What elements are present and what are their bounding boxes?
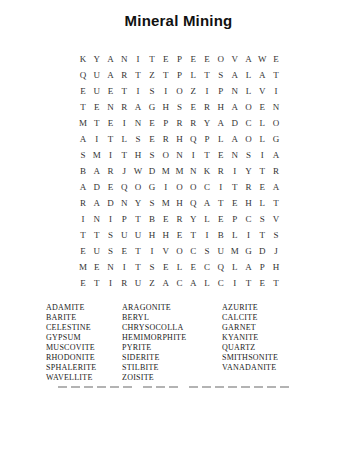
grid-cell: K bbox=[200, 163, 214, 179]
grid-cell: D bbox=[90, 179, 104, 195]
word-list-item: AZURITE bbox=[222, 303, 278, 313]
grid-cell: L bbox=[255, 195, 269, 211]
answer-blanks bbox=[58, 386, 289, 388]
grid-cell: V bbox=[159, 243, 173, 259]
grid-cell: I bbox=[159, 179, 173, 195]
blank-word-group bbox=[58, 386, 132, 388]
grid-cell: E bbox=[255, 179, 269, 195]
grid-cell: H bbox=[214, 99, 228, 115]
grid-cell: A bbox=[214, 115, 228, 131]
word-list-column-2: ARAGONITEBERYLCHRYSOCOLLAHEMIMORPHITEPYR… bbox=[122, 303, 186, 383]
grid-cell: N bbox=[117, 51, 131, 67]
grid-cell: R bbox=[104, 163, 118, 179]
grid-cell: I bbox=[104, 147, 118, 163]
grid-cell: A bbox=[269, 147, 283, 163]
letter-blank bbox=[215, 386, 224, 388]
grid-cell: R bbox=[117, 67, 131, 83]
word-list-item: QUARTZ bbox=[222, 343, 278, 353]
grid-cell: L bbox=[214, 131, 228, 147]
grid-cell: E bbox=[173, 227, 187, 243]
grid-cell: E bbox=[255, 275, 269, 291]
grid-cell: A bbox=[104, 67, 118, 83]
grid-cell: E bbox=[117, 243, 131, 259]
grid-cell: E bbox=[145, 115, 159, 131]
letter-blank bbox=[71, 386, 80, 388]
word-list-item: STILBITE bbox=[122, 363, 186, 373]
grid-cell: C bbox=[242, 115, 256, 131]
grid-cell: L bbox=[228, 227, 242, 243]
grid-cell: P bbox=[173, 67, 187, 83]
grid-cell: I bbox=[117, 115, 131, 131]
grid-cell: N bbox=[90, 211, 104, 227]
word-list-item: GARNET bbox=[222, 323, 278, 333]
grid-cell: C bbox=[242, 211, 256, 227]
grid-cell: E bbox=[200, 51, 214, 67]
grid-cell: E bbox=[159, 259, 173, 275]
word-list-column-1: ADAMITEBARITECELESTINEGYPSUMMUSCOVITERHO… bbox=[46, 303, 97, 383]
grid-cell: O bbox=[173, 179, 187, 195]
letter-blank bbox=[143, 386, 152, 388]
grid-cell: U bbox=[214, 243, 228, 259]
grid-cell: H bbox=[159, 99, 173, 115]
grid-cell: R bbox=[159, 131, 173, 147]
grid-cell: O bbox=[269, 115, 283, 131]
grid-cell: E bbox=[145, 131, 159, 147]
grid-cell: T bbox=[131, 211, 145, 227]
grid-cell: O bbox=[173, 83, 187, 99]
blank-word-group bbox=[189, 386, 289, 388]
grid-cell: A bbox=[104, 51, 118, 67]
grid-cell: N bbox=[131, 115, 145, 131]
grid-cell: I bbox=[145, 243, 159, 259]
letter-blank bbox=[97, 386, 106, 388]
grid-cell: W bbox=[131, 163, 145, 179]
grid-cell: U bbox=[90, 83, 104, 99]
grid-cell: R bbox=[269, 163, 283, 179]
grid-cell: Q bbox=[76, 67, 90, 83]
grid-cell: A bbox=[269, 179, 283, 195]
grid-cell: T bbox=[90, 275, 104, 291]
grid-cell: R bbox=[76, 195, 90, 211]
grid-cell: U bbox=[131, 275, 145, 291]
grid-cell: E bbox=[214, 211, 228, 227]
grid-cell: T bbox=[200, 67, 214, 83]
grid-cell: U bbox=[131, 227, 145, 243]
grid-cell: E bbox=[104, 179, 118, 195]
word-list-column-3: AZURITECALCITEGARNETKYANITEQUARTZSMITHSO… bbox=[222, 303, 278, 373]
grid-cell: I bbox=[269, 83, 283, 99]
grid-cell: S bbox=[145, 83, 159, 99]
grid-cell: N bbox=[228, 147, 242, 163]
word-list-item: BERYL bbox=[122, 313, 186, 323]
grid-cell: N bbox=[173, 147, 187, 163]
grid-cell: L bbox=[242, 67, 256, 83]
grid-cell: R bbox=[242, 179, 256, 195]
grid-cell: E bbox=[76, 275, 90, 291]
grid-cell: M bbox=[76, 259, 90, 275]
grid-cell: I bbox=[104, 211, 118, 227]
grid-cell: N bbox=[117, 195, 131, 211]
grid-cell: M bbox=[159, 163, 173, 179]
grid-cell: E bbox=[104, 83, 118, 99]
grid-cell: D bbox=[228, 115, 242, 131]
letter-blank bbox=[254, 386, 263, 388]
grid-cell: E bbox=[186, 51, 200, 67]
grid-cell: A bbox=[242, 259, 256, 275]
grid-cell: T bbox=[104, 131, 118, 147]
grid-cell: M bbox=[228, 243, 242, 259]
grid-cell: A bbox=[228, 131, 242, 147]
grid-cell: Y bbox=[186, 211, 200, 227]
grid-cell: T bbox=[255, 227, 269, 243]
grid-cell: E bbox=[255, 99, 269, 115]
grid-cell: E bbox=[76, 83, 90, 99]
grid-cell: A bbox=[200, 195, 214, 211]
grid-cell: R bbox=[117, 99, 131, 115]
grid-cell: Z bbox=[186, 83, 200, 99]
grid-cell: E bbox=[228, 195, 242, 211]
grid-cell: Y bbox=[90, 51, 104, 67]
word-list-item: SMITHSONITE bbox=[222, 353, 278, 363]
grid-cell: A bbox=[228, 67, 242, 83]
grid-cell: U bbox=[90, 243, 104, 259]
grid-cell: Z bbox=[145, 67, 159, 83]
grid-cell: T bbox=[214, 195, 228, 211]
grid-cell: R bbox=[173, 115, 187, 131]
grid-cell: Q bbox=[186, 195, 200, 211]
grid-cell: T bbox=[76, 99, 90, 115]
grid-cell: P bbox=[200, 131, 214, 147]
grid-cell: H bbox=[269, 259, 283, 275]
word-list-item: RHODONITE bbox=[46, 353, 97, 363]
grid-cell: L bbox=[242, 83, 256, 99]
worksheet-page: Mineral Mining KYANITEPEEOVAWEQUARTZTPLT… bbox=[0, 0, 357, 462]
grid-cell: Y bbox=[200, 115, 214, 131]
word-list-item: WAVELLITE bbox=[46, 373, 97, 383]
grid-cell: M bbox=[159, 195, 173, 211]
grid-cell: H bbox=[131, 147, 145, 163]
grid-cell: S bbox=[104, 243, 118, 259]
grid-cell: E bbox=[159, 211, 173, 227]
word-list-item: SIDERITE bbox=[122, 353, 186, 363]
grid-cell: C bbox=[173, 275, 187, 291]
grid-cell: A bbox=[159, 275, 173, 291]
letter-blank bbox=[189, 386, 198, 388]
grid-cell: S bbox=[214, 67, 228, 83]
blank-word-group bbox=[143, 386, 178, 388]
grid-cell: B bbox=[145, 211, 159, 227]
grid-cell: I bbox=[228, 275, 242, 291]
grid-cell: C bbox=[200, 259, 214, 275]
grid-cell: N bbox=[186, 163, 200, 179]
grid-cell: N bbox=[104, 259, 118, 275]
grid-cell: J bbox=[117, 163, 131, 179]
word-list-item: BARITE bbox=[46, 313, 97, 323]
grid-cell: S bbox=[269, 227, 283, 243]
grid-cell: E bbox=[186, 259, 200, 275]
grid-cell: S bbox=[131, 131, 145, 147]
word-list-item: SPHALERITE bbox=[46, 363, 97, 373]
grid-cell: A bbox=[76, 179, 90, 195]
grid-cell: T bbox=[76, 227, 90, 243]
grid-cell: E bbox=[159, 51, 173, 67]
grid-cell: P bbox=[228, 211, 242, 227]
grid-cell: A bbox=[255, 67, 269, 83]
grid-cell: E bbox=[186, 99, 200, 115]
grid-cell: C bbox=[186, 243, 200, 259]
grid-cell: E bbox=[104, 115, 118, 131]
grid-cell: O bbox=[242, 131, 256, 147]
grid-cell: I bbox=[159, 83, 173, 99]
grid-cell: L bbox=[200, 211, 214, 227]
grid-cell: T bbox=[242, 275, 256, 291]
grid-cell: I bbox=[117, 259, 131, 275]
grid-cell: Q bbox=[214, 259, 228, 275]
grid-cell: A bbox=[76, 131, 90, 147]
grid-cell: T bbox=[145, 51, 159, 67]
grid-cell: T bbox=[269, 275, 283, 291]
grid-cell: H bbox=[242, 195, 256, 211]
word-list-item: VANADANITE bbox=[222, 363, 278, 373]
grid-cell: T bbox=[255, 163, 269, 179]
word-list-item: ARAGONITE bbox=[122, 303, 186, 313]
word-list-item: GYPSUM bbox=[46, 333, 97, 343]
grid-cell: J bbox=[269, 243, 283, 259]
grid-cell: I bbox=[76, 211, 90, 227]
grid-cell: G bbox=[269, 131, 283, 147]
grid-cell: S bbox=[255, 211, 269, 227]
grid-cell: B bbox=[214, 227, 228, 243]
grid-cell: T bbox=[186, 227, 200, 243]
letter-blank bbox=[280, 386, 289, 388]
grid-cell: E bbox=[76, 243, 90, 259]
grid-cell: R bbox=[214, 163, 228, 179]
grid-cell: H bbox=[145, 227, 159, 243]
letter-blank bbox=[267, 386, 276, 388]
grid-cell: O bbox=[173, 243, 187, 259]
grid-cell: L bbox=[255, 115, 269, 131]
grid-cell: P bbox=[117, 211, 131, 227]
letter-blank bbox=[202, 386, 211, 388]
grid-cell: G bbox=[145, 99, 159, 115]
grid-cell: A bbox=[90, 163, 104, 179]
grid-cell: E bbox=[90, 259, 104, 275]
grid-cell: S bbox=[145, 147, 159, 163]
letter-blank bbox=[110, 386, 119, 388]
grid-cell: I bbox=[90, 131, 104, 147]
word-list-item: PYRITE bbox=[122, 343, 186, 353]
grid-cell: A bbox=[242, 51, 256, 67]
grid-cell: I bbox=[255, 147, 269, 163]
grid-cell: M bbox=[173, 163, 187, 179]
grid-cell: N bbox=[104, 99, 118, 115]
grid-cell: E bbox=[214, 147, 228, 163]
word-search-grid: KYANITEPEEOVAWEQUARTZTPLTSALATEUETISIOZI… bbox=[76, 51, 283, 291]
grid-cell: O bbox=[242, 99, 256, 115]
grid-cell: U bbox=[117, 227, 131, 243]
word-list-item: MUSCOVITE bbox=[46, 343, 97, 353]
grid-cell: T bbox=[200, 147, 214, 163]
grid-cell: E bbox=[269, 51, 283, 67]
grid-cell: R bbox=[173, 211, 187, 227]
letter-blank bbox=[84, 386, 93, 388]
grid-cell: S bbox=[145, 195, 159, 211]
letter-blank bbox=[241, 386, 250, 388]
grid-cell: N bbox=[228, 83, 242, 99]
letter-blank bbox=[58, 386, 67, 388]
grid-cell: Y bbox=[131, 195, 145, 211]
grid-cell: V bbox=[228, 51, 242, 67]
letter-blank bbox=[169, 386, 178, 388]
letter-blank bbox=[228, 386, 237, 388]
grid-cell: I bbox=[200, 227, 214, 243]
grid-cell: E bbox=[90, 99, 104, 115]
grid-cell: T bbox=[269, 195, 283, 211]
grid-cell: T bbox=[159, 67, 173, 83]
grid-cell: Q bbox=[186, 131, 200, 147]
grid-cell: D bbox=[255, 243, 269, 259]
grid-cell: K bbox=[76, 51, 90, 67]
grid-cell: V bbox=[269, 211, 283, 227]
grid-cell: L bbox=[117, 131, 131, 147]
grid-cell: Y bbox=[242, 163, 256, 179]
grid-cell: P bbox=[159, 115, 173, 131]
grid-cell: T bbox=[90, 115, 104, 131]
grid-cell: T bbox=[131, 67, 145, 83]
grid-cell: I bbox=[131, 51, 145, 67]
grid-cell: G bbox=[145, 179, 159, 195]
grid-cell: B bbox=[76, 163, 90, 179]
grid-cell: M bbox=[90, 147, 104, 163]
grid-cell: I bbox=[228, 163, 242, 179]
grid-cell: T bbox=[228, 179, 242, 195]
grid-cell: I bbox=[186, 147, 200, 163]
grid-cell: I bbox=[131, 83, 145, 99]
grid-cell: A bbox=[186, 275, 200, 291]
grid-cell: V bbox=[255, 83, 269, 99]
grid-cell: O bbox=[159, 147, 173, 163]
grid-cell: I bbox=[214, 179, 228, 195]
grid-cell: O bbox=[131, 179, 145, 195]
grid-cell: S bbox=[173, 99, 187, 115]
grid-cell: T bbox=[269, 67, 283, 83]
word-list-item: ZOISITE bbox=[122, 373, 186, 383]
grid-cell: W bbox=[255, 51, 269, 67]
grid-cell: H bbox=[173, 131, 187, 147]
grid-cell: S bbox=[145, 259, 159, 275]
word-list-item: KYANITE bbox=[222, 333, 278, 343]
grid-cell: T bbox=[131, 243, 145, 259]
grid-cell: T bbox=[117, 83, 131, 99]
grid-cell: S bbox=[242, 147, 256, 163]
grid-cell: S bbox=[104, 227, 118, 243]
grid-cell: S bbox=[200, 243, 214, 259]
grid-cell: D bbox=[145, 163, 159, 179]
grid-cell: O bbox=[186, 179, 200, 195]
grid-cell: H bbox=[159, 227, 173, 243]
grid-cell: A bbox=[228, 99, 242, 115]
grid-cell: C bbox=[214, 275, 228, 291]
grid-cell: L bbox=[173, 259, 187, 275]
word-list-item: HEMIMORPHITE bbox=[122, 333, 186, 343]
grid-cell: C bbox=[200, 179, 214, 195]
grid-cell: Q bbox=[117, 179, 131, 195]
letter-blank bbox=[156, 386, 165, 388]
grid-cell: T bbox=[117, 147, 131, 163]
grid-cell: L bbox=[255, 131, 269, 147]
grid-cell: A bbox=[90, 195, 104, 211]
word-list-item: ADAMITE bbox=[46, 303, 97, 313]
grid-cell: P bbox=[255, 259, 269, 275]
grid-cell: Z bbox=[145, 275, 159, 291]
grid-cell: S bbox=[76, 147, 90, 163]
grid-cell: I bbox=[242, 227, 256, 243]
grid-cell: T bbox=[131, 259, 145, 275]
grid-cell: P bbox=[214, 83, 228, 99]
grid-cell: G bbox=[242, 243, 256, 259]
grid-cell: P bbox=[173, 51, 187, 67]
grid-cell: I bbox=[200, 83, 214, 99]
grid-cell: A bbox=[131, 99, 145, 115]
grid-cell: L bbox=[186, 67, 200, 83]
word-list-item: CELESTINE bbox=[46, 323, 97, 333]
grid-cell: T bbox=[90, 227, 104, 243]
grid-cell: D bbox=[104, 195, 118, 211]
puzzle-title: Mineral Mining bbox=[0, 12, 357, 29]
grid-cell: M bbox=[76, 115, 90, 131]
grid-cell: R bbox=[186, 115, 200, 131]
letter-blank bbox=[123, 386, 132, 388]
grid-cell: L bbox=[228, 259, 242, 275]
grid-cell: R bbox=[200, 99, 214, 115]
grid-cell: O bbox=[214, 51, 228, 67]
grid-cell: U bbox=[90, 67, 104, 83]
word-list-item: CHRYSOCOLLA bbox=[122, 323, 186, 333]
grid-cell: N bbox=[269, 99, 283, 115]
grid-cell: R bbox=[117, 275, 131, 291]
grid-cell: I bbox=[104, 275, 118, 291]
word-list-item: CALCITE bbox=[222, 313, 278, 323]
grid-cell: H bbox=[173, 195, 187, 211]
grid-cell: L bbox=[200, 275, 214, 291]
